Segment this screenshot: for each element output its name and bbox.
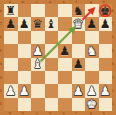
square-d6[interactable] bbox=[45, 31, 59, 44]
square-g5[interactable]: ♞ bbox=[85, 44, 99, 57]
square-b1[interactable] bbox=[18, 98, 32, 111]
rank-label-left-7: 7 bbox=[0, 22, 2, 25]
square-h5[interactable] bbox=[99, 44, 113, 57]
file-label-bottom-a: a bbox=[9, 111, 11, 114]
square-b3[interactable] bbox=[18, 71, 32, 84]
square-c5[interactable]: ♟ bbox=[31, 44, 45, 57]
square-g2[interactable]: ♟ bbox=[85, 84, 99, 97]
rank-label-right-3: 3 bbox=[112, 76, 114, 79]
square-a6[interactable] bbox=[4, 31, 18, 44]
square-a8[interactable]: ♜ bbox=[4, 4, 18, 17]
square-f2[interactable]: ♟ bbox=[72, 84, 86, 97]
file-label-top-e: e bbox=[63, 0, 65, 3]
square-c2[interactable] bbox=[31, 84, 45, 97]
rank-label-left-6: 6 bbox=[0, 36, 2, 39]
black-pawn-b7[interactable]: ♟ bbox=[19, 18, 30, 30]
file-label-bottom-c: c bbox=[35, 111, 37, 114]
black-pawn-e5[interactable]: ♟ bbox=[59, 45, 70, 57]
square-d1[interactable] bbox=[45, 98, 59, 111]
square-e4[interactable] bbox=[58, 58, 72, 71]
rank-label-right-2: 2 bbox=[112, 89, 114, 92]
file-label-top-d: d bbox=[49, 0, 51, 3]
black-pawn-h7[interactable]: ♟ bbox=[100, 18, 111, 30]
file-label-top-f: f bbox=[76, 0, 77, 3]
square-h6[interactable] bbox=[99, 31, 113, 44]
white-queen-f7[interactable]: ♛ bbox=[73, 18, 84, 30]
rank-label-left-5: 5 bbox=[0, 49, 2, 52]
square-a7[interactable]: ♟ bbox=[4, 17, 18, 30]
black-king-h8[interactable]: ♚ bbox=[100, 5, 111, 17]
square-c3[interactable] bbox=[31, 71, 45, 84]
file-label-bottom-d: d bbox=[49, 111, 51, 114]
white-pawn-f2[interactable]: ♟ bbox=[73, 85, 84, 97]
square-e6[interactable] bbox=[58, 31, 72, 44]
white-pawn-c5[interactable]: ♟ bbox=[32, 45, 43, 57]
square-a3[interactable] bbox=[4, 71, 18, 84]
square-d7[interactable]: ♝ bbox=[45, 17, 59, 30]
square-g4[interactable] bbox=[85, 58, 99, 71]
square-g1[interactable]: ♚ bbox=[85, 98, 99, 111]
square-f8[interactable]: ♞ bbox=[72, 4, 86, 17]
rank-label-right-5: 5 bbox=[112, 49, 114, 52]
square-c8[interactable] bbox=[31, 4, 45, 17]
rank-label-right-7: 7 bbox=[112, 22, 114, 25]
black-rook-a8[interactable]: ♜ bbox=[5, 5, 16, 17]
white-pawn-b2[interactable]: ♟ bbox=[19, 85, 30, 97]
square-h8[interactable]: ♚ bbox=[99, 4, 113, 17]
square-a4[interactable] bbox=[4, 58, 18, 71]
square-a2[interactable]: ♟ bbox=[4, 84, 18, 97]
white-pawn-h2[interactable]: ♟ bbox=[100, 85, 111, 97]
square-h2[interactable]: ♟ bbox=[99, 84, 113, 97]
black-pawn-g7[interactable]: ♟ bbox=[86, 18, 97, 30]
square-f1[interactable] bbox=[72, 98, 86, 111]
square-b6[interactable] bbox=[18, 31, 32, 44]
file-label-bottom-g: g bbox=[90, 111, 92, 114]
white-pawn-a2[interactable]: ♟ bbox=[5, 85, 16, 97]
square-g6[interactable] bbox=[85, 31, 99, 44]
black-pawn-a7[interactable]: ♟ bbox=[5, 18, 16, 30]
square-a1[interactable] bbox=[4, 98, 18, 111]
black-knight-f8[interactable]: ♞ bbox=[73, 5, 84, 17]
square-g3[interactable] bbox=[85, 71, 99, 84]
rank-label-right-6: 6 bbox=[112, 36, 114, 39]
square-f5[interactable] bbox=[72, 44, 86, 57]
rank-label-left-1: 1 bbox=[0, 103, 2, 106]
square-g8[interactable] bbox=[85, 4, 99, 17]
square-e5[interactable]: ♟ bbox=[58, 44, 72, 57]
square-e8[interactable] bbox=[58, 4, 72, 17]
white-pawn-g2[interactable]: ♟ bbox=[86, 85, 97, 97]
rank-label-left-8: 8 bbox=[0, 9, 2, 12]
white-bishop-c4[interactable]: ♝ bbox=[32, 58, 43, 70]
file-label-top-a: a bbox=[9, 0, 11, 3]
rank-label-left-3: 3 bbox=[0, 76, 2, 79]
square-a5[interactable] bbox=[4, 44, 18, 57]
square-b7[interactable]: ♟ bbox=[18, 17, 32, 30]
file-label-bottom-b: b bbox=[22, 111, 24, 114]
file-label-top-g: g bbox=[90, 0, 92, 3]
file-label-top-h: h bbox=[103, 0, 105, 3]
square-f4[interactable]: ♟ bbox=[72, 58, 86, 71]
file-label-top-c: c bbox=[35, 0, 37, 3]
square-h1[interactable] bbox=[99, 98, 113, 111]
square-h3[interactable] bbox=[99, 71, 113, 84]
square-d8[interactable] bbox=[45, 4, 59, 17]
square-f7[interactable]: ♛ bbox=[72, 17, 86, 30]
square-d2[interactable] bbox=[45, 84, 59, 97]
square-c1[interactable] bbox=[31, 98, 45, 111]
square-d3[interactable] bbox=[45, 71, 59, 84]
rank-label-right-1: 1 bbox=[112, 103, 114, 106]
square-b5[interactable] bbox=[18, 44, 32, 57]
square-c4[interactable]: ♝ bbox=[31, 58, 45, 71]
square-b2[interactable]: ♟ bbox=[18, 84, 32, 97]
square-e7[interactable] bbox=[58, 17, 72, 30]
chess-board-screenshot: ♜♞♚♟♟♛♝♛♟♟♟♟♞♝♟♟♟♟♟♟♚ 8877665544332211aa… bbox=[0, 0, 116, 115]
rank-label-left-4: 4 bbox=[0, 63, 2, 66]
square-f3[interactable] bbox=[72, 71, 86, 84]
file-label-top-b: b bbox=[22, 0, 24, 3]
board-squares[interactable]: ♜♞♚♟♟♛♝♛♟♟♟♟♞♝♟♟♟♟♟♟♚ bbox=[4, 4, 112, 111]
square-e2[interactable] bbox=[58, 84, 72, 97]
black-bishop-d7[interactable]: ♝ bbox=[46, 18, 57, 30]
rank-label-right-4: 4 bbox=[112, 63, 114, 66]
square-e1[interactable] bbox=[58, 98, 72, 111]
square-c7[interactable]: ♛ bbox=[31, 17, 45, 30]
file-label-bottom-f: f bbox=[76, 111, 77, 114]
square-f6[interactable] bbox=[72, 31, 86, 44]
square-h4[interactable] bbox=[99, 58, 113, 71]
white-king-g1[interactable]: ♚ bbox=[86, 98, 97, 110]
rank-label-left-2: 2 bbox=[0, 89, 2, 92]
black-queen-c7[interactable]: ♛ bbox=[32, 18, 43, 30]
square-h7[interactable]: ♟ bbox=[99, 17, 113, 30]
square-d5[interactable] bbox=[45, 44, 59, 57]
square-c6[interactable] bbox=[31, 31, 45, 44]
white-knight-g5[interactable]: ♞ bbox=[86, 45, 97, 57]
square-d4[interactable] bbox=[45, 58, 59, 71]
square-b4[interactable] bbox=[18, 58, 32, 71]
file-label-bottom-e: e bbox=[63, 111, 65, 114]
square-b8[interactable] bbox=[18, 4, 32, 17]
square-g7[interactable]: ♟ bbox=[85, 17, 99, 30]
rank-label-right-8: 8 bbox=[112, 9, 114, 12]
square-e3[interactable] bbox=[58, 71, 72, 84]
file-label-bottom-h: h bbox=[103, 111, 105, 114]
black-pawn-f4[interactable]: ♟ bbox=[73, 58, 84, 70]
